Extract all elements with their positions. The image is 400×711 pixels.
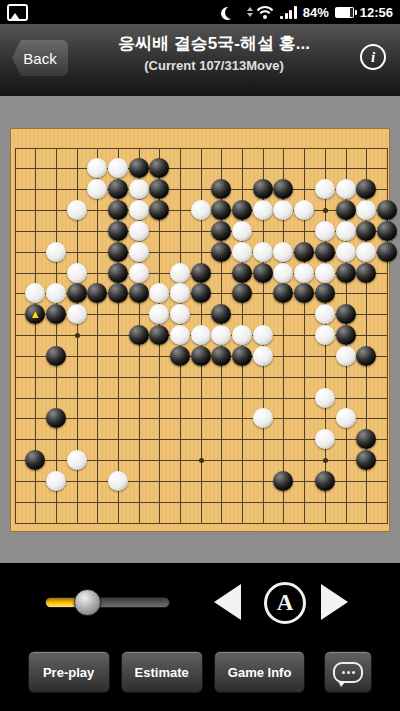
bottom-controls: A Pre-play Estimate Game Info — [0, 563, 400, 711]
moon-icon — [225, 6, 238, 19]
white-stone — [232, 325, 252, 345]
white-stone — [149, 304, 169, 324]
white-stone — [67, 450, 87, 470]
app-screen: 84% 12:56 Back 응씨배 결승5국-해설 홍... (Current… — [0, 0, 400, 711]
black-stone — [191, 283, 211, 303]
page-title: 응씨배 결승5국-해설 홍... — [74, 32, 354, 56]
black-stone — [149, 158, 169, 178]
black-stone — [232, 346, 252, 366]
star-point — [323, 208, 328, 213]
clock: 12:56 — [360, 5, 393, 20]
black-stone — [253, 179, 273, 199]
black-stone — [377, 221, 397, 241]
black-stone — [294, 242, 314, 262]
grid-line — [15, 523, 388, 524]
black-stone — [336, 325, 356, 345]
black-stone — [315, 242, 335, 262]
white-stone — [253, 346, 273, 366]
autoplay-button[interactable]: A — [264, 582, 306, 624]
black-stone — [149, 200, 169, 220]
white-stone — [336, 346, 356, 366]
white-stone — [315, 325, 335, 345]
white-stone — [253, 200, 273, 220]
wifi-icon — [256, 5, 274, 19]
black-stone: ▲ — [25, 304, 45, 324]
preplay-button[interactable]: Pre-play — [28, 651, 110, 693]
white-stone — [336, 408, 356, 428]
black-stone — [356, 450, 376, 470]
white-stone — [191, 200, 211, 220]
black-stone — [108, 263, 128, 283]
black-stone — [377, 200, 397, 220]
black-stone — [211, 179, 231, 199]
signal-icon — [280, 5, 297, 19]
white-stone — [315, 304, 335, 324]
white-stone — [67, 263, 87, 283]
white-stone — [315, 388, 335, 408]
white-stone — [46, 242, 66, 262]
black-stone — [108, 221, 128, 241]
white-stone — [108, 158, 128, 178]
white-stone — [253, 325, 273, 345]
black-stone — [149, 325, 169, 345]
white-stone — [87, 158, 107, 178]
white-stone — [170, 325, 190, 345]
white-stone — [356, 242, 376, 262]
triangle-marker: ▲ — [25, 304, 45, 324]
white-stone — [129, 242, 149, 262]
black-stone — [191, 346, 211, 366]
black-stone — [211, 304, 231, 324]
white-stone — [87, 179, 107, 199]
black-stone — [87, 283, 107, 303]
chat-button[interactable] — [324, 651, 372, 693]
white-stone — [129, 263, 149, 283]
board-area: ▲ — [0, 96, 400, 563]
info-button[interactable]: i — [360, 44, 386, 70]
black-stone — [108, 179, 128, 199]
grid-line — [15, 502, 388, 503]
black-stone — [46, 408, 66, 428]
black-stone — [294, 283, 314, 303]
black-stone — [356, 263, 376, 283]
white-stone — [129, 221, 149, 241]
black-stone — [336, 200, 356, 220]
black-stone — [336, 304, 356, 324]
data-transfer-icon — [247, 7, 253, 17]
star-point — [323, 458, 328, 463]
black-stone — [315, 283, 335, 303]
black-stone — [46, 346, 66, 366]
battery-icon — [335, 7, 354, 18]
move-counter: (Current 107/313Move) — [74, 56, 354, 76]
black-stone — [273, 471, 293, 491]
white-stone — [294, 263, 314, 283]
black-stone — [356, 429, 376, 449]
white-stone — [170, 263, 190, 283]
white-stone — [67, 200, 87, 220]
white-stone — [294, 200, 314, 220]
status-bar: 84% 12:56 — [0, 0, 400, 24]
black-stone — [67, 283, 87, 303]
black-stone — [108, 283, 128, 303]
white-stone — [253, 408, 273, 428]
black-stone — [129, 283, 149, 303]
white-stone — [232, 221, 252, 241]
white-stone — [356, 200, 376, 220]
black-stone — [315, 471, 335, 491]
grid-line — [15, 418, 388, 419]
white-stone — [232, 242, 252, 262]
white-stone — [211, 325, 231, 345]
go-board[interactable]: ▲ — [10, 128, 390, 532]
white-stone — [273, 200, 293, 220]
white-stone — [315, 263, 335, 283]
move-slider-track[interactable] — [45, 597, 170, 608]
white-stone — [273, 242, 293, 262]
white-stone — [170, 304, 190, 324]
white-stone — [253, 242, 273, 262]
black-stone — [356, 221, 376, 241]
grid-line — [15, 377, 388, 378]
white-stone — [129, 200, 149, 220]
white-stone — [315, 179, 335, 199]
star-point — [75, 333, 80, 338]
black-stone — [46, 304, 66, 324]
gameinfo-button[interactable]: Game Info — [214, 651, 306, 693]
black-stone — [108, 242, 128, 262]
move-slider-knob[interactable] — [74, 589, 101, 616]
footer-buttons: Pre-play Estimate Game Info — [0, 651, 400, 693]
white-stone — [108, 471, 128, 491]
white-stone — [336, 242, 356, 262]
black-stone — [356, 179, 376, 199]
estimate-button[interactable]: Estimate — [121, 651, 203, 693]
black-stone — [211, 346, 231, 366]
white-stone — [129, 179, 149, 199]
black-stone — [25, 450, 45, 470]
star-point — [199, 458, 204, 463]
black-stone — [232, 283, 252, 303]
white-stone — [149, 283, 169, 303]
speech-bubble-icon — [333, 662, 363, 683]
white-stone — [67, 304, 87, 324]
battery-percent: 84% — [303, 5, 329, 20]
black-stone — [211, 200, 231, 220]
black-stone — [129, 325, 149, 345]
white-stone — [273, 263, 293, 283]
header: Back 응씨배 결승5국-해설 홍... (Current 107/313Mo… — [0, 24, 400, 97]
black-stone — [273, 179, 293, 199]
white-stone — [191, 325, 211, 345]
white-stone — [46, 471, 66, 491]
white-stone — [336, 179, 356, 199]
black-stone — [232, 263, 252, 283]
white-stone — [25, 283, 45, 303]
next-move-button[interactable] — [321, 584, 348, 620]
black-stone — [253, 263, 273, 283]
black-stone — [232, 200, 252, 220]
black-stone — [211, 242, 231, 262]
black-stone — [336, 263, 356, 283]
white-stone — [170, 283, 190, 303]
prev-move-button[interactable] — [214, 584, 241, 620]
black-stone — [356, 346, 376, 366]
black-stone — [191, 263, 211, 283]
white-stone — [315, 429, 335, 449]
black-stone — [211, 221, 231, 241]
black-stone — [377, 242, 397, 262]
back-button[interactable]: Back — [12, 40, 68, 76]
black-stone — [108, 200, 128, 220]
gallery-notification-icon — [7, 4, 28, 21]
white-stone — [315, 221, 335, 241]
white-stone — [46, 283, 66, 303]
black-stone — [149, 179, 169, 199]
title-block: 응씨배 결승5국-해설 홍... (Current 107/313Move) — [74, 32, 354, 76]
black-stone — [273, 283, 293, 303]
white-stone — [336, 221, 356, 241]
black-stone — [170, 346, 190, 366]
black-stone — [129, 158, 149, 178]
